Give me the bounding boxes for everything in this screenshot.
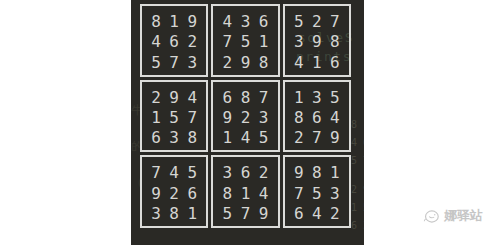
sudoku-cell-r5c4: 9 xyxy=(218,108,236,128)
sudoku-cell-r6c4: 1 xyxy=(218,128,236,148)
sudoku-cell-r8c6: 4 xyxy=(255,184,273,204)
sudoku-cell-r9c2: 8 xyxy=(165,204,183,224)
sudoku-cell-r8c5: 1 xyxy=(236,184,254,204)
sudoku-cell-r2c7: 3 xyxy=(290,32,308,52)
sudoku-cell-r2c4: 7 xyxy=(218,32,236,52)
sudoku-cell-r4c9: 5 xyxy=(326,88,344,108)
sudoku-cell-r1c1: 8 xyxy=(147,12,165,32)
sudoku-cell-r8c9: 3 xyxy=(326,184,344,204)
sudoku-cell-r7c1: 7 xyxy=(147,163,165,183)
sudoku-cell-r4c3: 4 xyxy=(183,88,201,108)
sudoku-box-9: 981753642 xyxy=(283,155,351,228)
sudoku-board: 8194625734367512985273984162941576386879… xyxy=(140,4,351,228)
sudoku-cell-r9c6: 9 xyxy=(255,204,273,224)
sudoku-cell-r9c1: 3 xyxy=(147,204,165,224)
sudoku-cell-r4c4: 6 xyxy=(218,88,236,108)
sudoku-cell-r7c5: 6 xyxy=(236,163,254,183)
sudoku-cell-r1c6: 6 xyxy=(255,12,273,32)
sudoku-cell-r7c2: 4 xyxy=(165,163,183,183)
sudoku-cell-r5c8: 6 xyxy=(308,108,326,128)
ghost-digit-block-2: 2 9 4 1 5 7 6 3 8 xyxy=(351,181,364,235)
sudoku-cell-r6c9: 9 xyxy=(326,128,344,148)
sudoku-box-3: 527398416 xyxy=(283,4,351,77)
sudoku-cell-r8c8: 5 xyxy=(308,184,326,204)
sudoku-cell-r9c7: 6 xyxy=(290,204,308,224)
sudoku-cell-r7c7: 9 xyxy=(290,163,308,183)
sudoku-cell-r6c2: 3 xyxy=(165,128,183,148)
sudoku-cell-r8c2: 2 xyxy=(165,184,183,204)
sudoku-cell-r5c2: 5 xyxy=(165,108,183,128)
sudoku-cell-r6c6: 5 xyxy=(255,128,273,148)
sudoku-cell-r5c9: 4 xyxy=(326,108,344,128)
sudoku-cell-r3c4: 2 xyxy=(218,52,236,72)
sudoku-cell-r2c2: 6 xyxy=(165,32,183,52)
sudoku-cell-r9c9: 2 xyxy=(326,204,344,224)
sudoku-cell-r9c5: 7 xyxy=(236,204,254,224)
sudoku-cell-r3c2: 7 xyxy=(165,52,183,72)
sudoku-cell-r2c9: 8 xyxy=(326,32,344,52)
sudoku-cell-r3c3: 3 xyxy=(183,52,201,72)
sudoku-cell-r8c4: 8 xyxy=(218,184,236,204)
sudoku-cell-r2c8: 9 xyxy=(308,32,326,52)
sudoku-cell-r4c6: 7 xyxy=(255,88,273,108)
sudoku-cell-r2c6: 1 xyxy=(255,32,273,52)
sudoku-cell-r1c3: 9 xyxy=(183,12,201,32)
sudoku-cell-r8c7: 7 xyxy=(290,184,308,204)
sudoku-cell-r1c2: 1 xyxy=(165,12,183,32)
sudoku-box-6: 135864279 xyxy=(283,80,351,153)
sudoku-cell-r3c9: 6 xyxy=(326,52,344,72)
sudoku-cell-r2c5: 5 xyxy=(236,32,254,52)
sudoku-cell-r7c9: 1 xyxy=(326,163,344,183)
sudoku-cell-r2c3: 2 xyxy=(183,32,201,52)
sudoku-cell-r6c1: 6 xyxy=(147,128,165,148)
watermark-text: 娜驿站 xyxy=(444,207,483,225)
sudoku-cell-r3c1: 5 xyxy=(147,52,165,72)
sudoku-cell-r5c7: 8 xyxy=(290,108,308,128)
watermark-doodle-face-icon xyxy=(423,209,440,224)
sudoku-cell-r7c3: 5 xyxy=(183,163,201,183)
sudoku-cell-r4c7: 1 xyxy=(290,88,308,108)
ghost-left-margin-glyphs: 牛 的 （ xyxy=(131,92,140,200)
sudoku-cell-r3c5: 9 xyxy=(236,52,254,72)
sudoku-box-2: 436751298 xyxy=(211,4,279,77)
sudoku-cell-r7c8: 8 xyxy=(308,163,326,183)
sudoku-cell-r5c3: 7 xyxy=(183,108,201,128)
sudoku-box-7: 745926381 xyxy=(140,155,208,228)
watermark: 娜驿站 xyxy=(423,206,483,226)
sudoku-cell-r8c3: 6 xyxy=(183,184,201,204)
sudoku-cell-r6c8: 7 xyxy=(308,128,326,148)
sudoku-cell-r3c6: 8 xyxy=(255,52,273,72)
sudoku-cell-r1c9: 7 xyxy=(326,12,344,32)
sudoku-cell-r3c8: 1 xyxy=(308,52,326,72)
sudoku-cell-r8c1: 9 xyxy=(147,184,165,204)
ghost-digit-block-1: 8 1 9 4 6 2 5 7 3 xyxy=(351,116,364,170)
sudoku-cell-r5c1: 1 xyxy=(147,108,165,128)
board-panel: solveS prints 牛 的 （ 8 1 9 4 6 2 5 7 3 2 … xyxy=(131,0,364,245)
sudoku-cell-r1c5: 3 xyxy=(236,12,254,32)
sudoku-cell-r7c6: 2 xyxy=(255,163,273,183)
sudoku-cell-r1c7: 5 xyxy=(290,12,308,32)
sudoku-cell-r6c3: 8 xyxy=(183,128,201,148)
sudoku-cell-r2c1: 4 xyxy=(147,32,165,52)
sudoku-box-8: 362814579 xyxy=(211,155,279,228)
sudoku-cell-r3c7: 4 xyxy=(290,52,308,72)
sudoku-cell-r7c4: 3 xyxy=(218,163,236,183)
sudoku-cell-r5c5: 2 xyxy=(236,108,254,128)
sudoku-cell-r9c8: 4 xyxy=(308,204,326,224)
sudoku-cell-r4c5: 8 xyxy=(236,88,254,108)
sudoku-box-4: 294157638 xyxy=(140,80,208,153)
sudoku-box-1: 819462573 xyxy=(140,4,208,77)
sudoku-cell-r6c7: 2 xyxy=(290,128,308,148)
sudoku-cell-r1c4: 4 xyxy=(218,12,236,32)
sudoku-cell-r1c8: 2 xyxy=(308,12,326,32)
sudoku-cell-r9c4: 5 xyxy=(218,204,236,224)
sudoku-cell-r4c8: 3 xyxy=(308,88,326,108)
sudoku-cell-r4c2: 9 xyxy=(165,88,183,108)
sudoku-cell-r9c3: 1 xyxy=(183,204,201,224)
sudoku-cell-r6c5: 4 xyxy=(236,128,254,148)
sudoku-cell-r4c1: 2 xyxy=(147,88,165,108)
sudoku-box-5: 687923145 xyxy=(211,80,279,153)
sudoku-cell-r5c6: 3 xyxy=(255,108,273,128)
